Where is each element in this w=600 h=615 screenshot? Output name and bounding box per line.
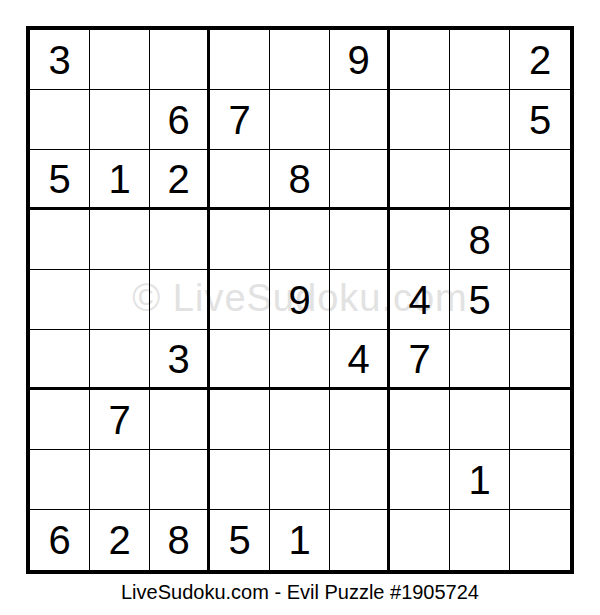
cell-r1c1: 3 — [30, 30, 90, 90]
cell-r8c3[interactable] — [150, 450, 210, 510]
cell-r9c8[interactable] — [450, 510, 510, 570]
cell-r5c7: 4 — [390, 270, 450, 330]
cell-r8c9[interactable] — [510, 450, 570, 510]
cell-r1c4[interactable] — [210, 30, 270, 90]
cell-r7c6[interactable] — [330, 390, 390, 450]
sudoku-board: © LiveSudoku.com 39267551288945347716285… — [26, 26, 574, 574]
cell-r7c2: 7 — [90, 390, 150, 450]
cell-r4c5[interactable] — [270, 210, 330, 270]
cell-r1c6: 9 — [330, 30, 390, 90]
cell-r7c5[interactable] — [270, 390, 330, 450]
cell-r1c9: 2 — [510, 30, 570, 90]
cell-r2c4: 7 — [210, 90, 270, 150]
cell-r2c9: 5 — [510, 90, 570, 150]
cell-r5c6[interactable] — [330, 270, 390, 330]
cell-r8c2[interactable] — [90, 450, 150, 510]
cell-r8c7[interactable] — [390, 450, 450, 510]
sudoku-page: © LiveSudoku.com 39267551288945347716285… — [0, 0, 600, 615]
cell-r9c3: 8 — [150, 510, 210, 570]
cell-r5c3[interactable] — [150, 270, 210, 330]
cell-r5c9[interactable] — [510, 270, 570, 330]
cell-r6c8[interactable] — [450, 330, 510, 390]
cell-r9c2: 2 — [90, 510, 150, 570]
cell-r1c8[interactable] — [450, 30, 510, 90]
cell-r3c4[interactable] — [210, 150, 270, 210]
cell-r4c4[interactable] — [210, 210, 270, 270]
cell-r3c8[interactable] — [450, 150, 510, 210]
cell-r6c6: 4 — [330, 330, 390, 390]
cell-r6c4[interactable] — [210, 330, 270, 390]
cell-r1c3[interactable] — [150, 30, 210, 90]
cell-r6c9[interactable] — [510, 330, 570, 390]
cell-r8c4[interactable] — [210, 450, 270, 510]
cell-r8c5[interactable] — [270, 450, 330, 510]
cell-r2c2[interactable] — [90, 90, 150, 150]
cell-r9c9[interactable] — [510, 510, 570, 570]
cell-r7c9[interactable] — [510, 390, 570, 450]
cell-r2c3: 6 — [150, 90, 210, 150]
cell-r5c2[interactable] — [90, 270, 150, 330]
cell-r7c8[interactable] — [450, 390, 510, 450]
cell-r3c2: 1 — [90, 150, 150, 210]
cell-r9c4: 5 — [210, 510, 270, 570]
cell-r6c7: 7 — [390, 330, 450, 390]
cell-r4c9[interactable] — [510, 210, 570, 270]
cell-r3c9[interactable] — [510, 150, 570, 210]
cell-r6c3: 3 — [150, 330, 210, 390]
cell-r4c2[interactable] — [90, 210, 150, 270]
cell-r3c5: 8 — [270, 150, 330, 210]
caption: LiveSudoku.com - Evil Puzzle #1905724 — [0, 581, 600, 604]
cell-r9c6[interactable] — [330, 510, 390, 570]
cell-r3c7[interactable] — [390, 150, 450, 210]
cell-r1c5[interactable] — [270, 30, 330, 90]
cell-r6c5[interactable] — [270, 330, 330, 390]
cell-r7c7[interactable] — [390, 390, 450, 450]
cell-r4c7[interactable] — [390, 210, 450, 270]
cell-r3c3: 2 — [150, 150, 210, 210]
cell-r5c1[interactable] — [30, 270, 90, 330]
cell-r8c6[interactable] — [330, 450, 390, 510]
cell-r7c1[interactable] — [30, 390, 90, 450]
cell-r4c1[interactable] — [30, 210, 90, 270]
cell-r3c6[interactable] — [330, 150, 390, 210]
cell-r4c6[interactable] — [330, 210, 390, 270]
cell-r4c8: 8 — [450, 210, 510, 270]
cell-r2c8[interactable] — [450, 90, 510, 150]
cell-r5c5: 9 — [270, 270, 330, 330]
cell-r6c1[interactable] — [30, 330, 90, 390]
cell-r7c4[interactable] — [210, 390, 270, 450]
cell-r1c2[interactable] — [90, 30, 150, 90]
cell-r9c1: 6 — [30, 510, 90, 570]
cell-r2c7[interactable] — [390, 90, 450, 150]
cell-r1c7[interactable] — [390, 30, 450, 90]
sudoku-grid: 392675512889453477162851 — [26, 26, 574, 574]
cell-r8c1[interactable] — [30, 450, 90, 510]
cell-r2c6[interactable] — [330, 90, 390, 150]
cell-r4c3[interactable] — [150, 210, 210, 270]
cell-r2c1[interactable] — [30, 90, 90, 150]
cell-r5c8: 5 — [450, 270, 510, 330]
cell-r6c2[interactable] — [90, 330, 150, 390]
cell-r5c4[interactable] — [210, 270, 270, 330]
cell-r2c5[interactable] — [270, 90, 330, 150]
cell-r3c1: 5 — [30, 150, 90, 210]
cell-r9c7[interactable] — [390, 510, 450, 570]
cell-r8c8: 1 — [450, 450, 510, 510]
cell-r7c3[interactable] — [150, 390, 210, 450]
cell-r9c5: 1 — [270, 510, 330, 570]
